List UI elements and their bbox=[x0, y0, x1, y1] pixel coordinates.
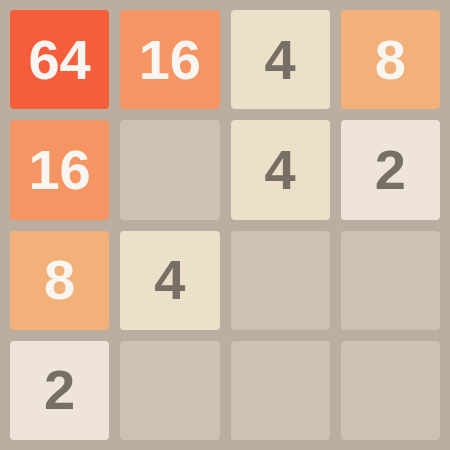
tile-2-r3c0: 2 bbox=[10, 341, 109, 440]
tile-16-r0c1: 16 bbox=[120, 10, 219, 109]
empty-cell-r2c2 bbox=[231, 231, 330, 330]
empty-cell-r2c3 bbox=[341, 231, 440, 330]
tile-16-r1c0: 16 bbox=[10, 120, 109, 219]
tile-4-r2c1: 4 bbox=[120, 231, 219, 330]
tile-64-r0c0: 64 bbox=[10, 10, 109, 109]
empty-cell-r3c3 bbox=[341, 341, 440, 440]
empty-cell-r1c1 bbox=[120, 120, 219, 219]
tile-8-r0c3: 8 bbox=[341, 10, 440, 109]
tile-4-r0c2: 4 bbox=[231, 10, 330, 109]
empty-cell-r3c2 bbox=[231, 341, 330, 440]
empty-cell-r3c1 bbox=[120, 341, 219, 440]
tile-4-r1c2: 4 bbox=[231, 120, 330, 219]
tile-2-r1c3: 2 bbox=[341, 120, 440, 219]
tile-8-r2c0: 8 bbox=[10, 231, 109, 330]
game-board-2048[interactable]: 6416481642842 bbox=[0, 0, 450, 450]
